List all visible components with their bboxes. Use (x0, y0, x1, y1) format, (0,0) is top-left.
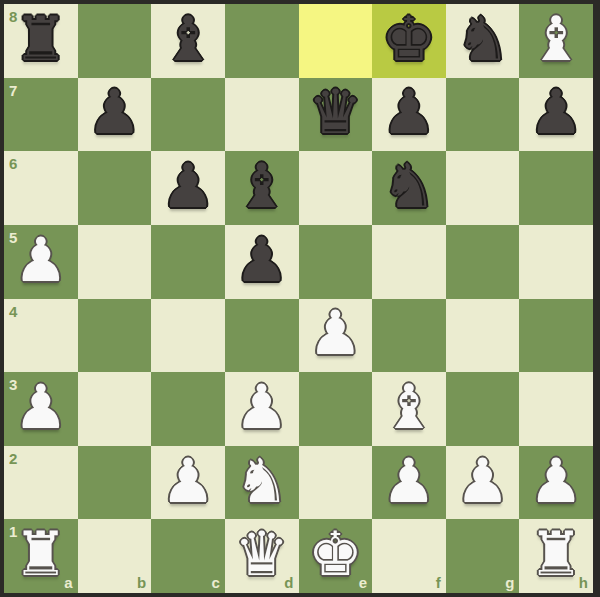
rank-label-4: 4 (9, 304, 17, 319)
black-bishop[interactable]: ♝ (161, 4, 216, 76)
square-c3[interactable] (151, 372, 225, 446)
square-b2[interactable] (78, 446, 152, 520)
black-pawn[interactable]: ♟ (234, 225, 289, 297)
black-knight[interactable]: ♞ (382, 151, 437, 223)
square-g5[interactable] (446, 225, 520, 299)
square-a2[interactable]: 2 (4, 446, 78, 520)
square-e7[interactable]: ♛ (299, 78, 373, 152)
black-rook[interactable]: ♜ (13, 4, 68, 76)
square-d8[interactable] (225, 4, 299, 78)
square-c5[interactable] (151, 225, 225, 299)
square-d2[interactable]: ♞ (225, 446, 299, 520)
square-g3[interactable] (446, 372, 520, 446)
square-e3[interactable] (299, 372, 373, 446)
square-g4[interactable] (446, 299, 520, 373)
white-bishop[interactable]: ♝ (382, 372, 437, 444)
square-e1[interactable]: e♚ (299, 519, 373, 593)
square-c4[interactable] (151, 299, 225, 373)
square-f6[interactable]: ♞ (372, 151, 446, 225)
square-c7[interactable] (151, 78, 225, 152)
black-pawn[interactable]: ♟ (382, 78, 437, 150)
square-b3[interactable] (78, 372, 152, 446)
square-h2[interactable]: ♟ (519, 446, 593, 520)
square-g1[interactable]: g (446, 519, 520, 593)
square-h6[interactable] (519, 151, 593, 225)
black-king[interactable]: ♚ (382, 4, 437, 76)
white-pawn[interactable]: ♟ (13, 225, 68, 297)
black-queen[interactable]: ♛ (308, 78, 363, 150)
square-f8[interactable]: ♚ (372, 4, 446, 78)
square-f7[interactable]: ♟ (372, 78, 446, 152)
square-f2[interactable]: ♟ (372, 446, 446, 520)
square-b8[interactable] (78, 4, 152, 78)
square-h4[interactable] (519, 299, 593, 373)
square-h8[interactable]: ♝ (519, 4, 593, 78)
square-e4[interactable]: ♟ (299, 299, 373, 373)
square-h1[interactable]: h♜ (519, 519, 593, 593)
square-d3[interactable]: ♟ (225, 372, 299, 446)
file-label-c: c (212, 575, 220, 590)
black-bishop[interactable]: ♝ (234, 151, 289, 223)
white-king[interactable]: ♚ (308, 519, 363, 591)
file-label-g: g (505, 575, 514, 590)
square-b1[interactable]: b (78, 519, 152, 593)
black-pawn[interactable]: ♟ (529, 78, 584, 150)
square-g2[interactable]: ♟ (446, 446, 520, 520)
square-f4[interactable] (372, 299, 446, 373)
square-c6[interactable]: ♟ (151, 151, 225, 225)
square-h7[interactable]: ♟ (519, 78, 593, 152)
white-pawn[interactable]: ♟ (382, 446, 437, 518)
square-c1[interactable]: c (151, 519, 225, 593)
white-bishop[interactable]: ♝ (529, 4, 584, 76)
square-g6[interactable] (446, 151, 520, 225)
file-label-f: f (436, 575, 441, 590)
black-pawn[interactable]: ♟ (161, 151, 216, 223)
white-knight[interactable]: ♞ (234, 446, 289, 518)
square-a4[interactable]: 4 (4, 299, 78, 373)
white-pawn[interactable]: ♟ (234, 372, 289, 444)
square-c8[interactable]: ♝ (151, 4, 225, 78)
white-rook[interactable]: ♜ (13, 519, 68, 591)
square-b7[interactable]: ♟ (78, 78, 152, 152)
chess-board: 8♜♝♚♞♝7♟♛♟♟6♟♝♞5♟♟4♟3♟♟♝2♟♞♟♟♟1a♜bcd♛e♚f… (4, 4, 593, 593)
square-h3[interactable] (519, 372, 593, 446)
white-pawn[interactable]: ♟ (13, 372, 68, 444)
square-a3[interactable]: 3♟ (4, 372, 78, 446)
square-e8[interactable] (299, 4, 373, 78)
white-rook[interactable]: ♜ (529, 519, 584, 591)
white-queen[interactable]: ♛ (234, 519, 289, 591)
square-e5[interactable] (299, 225, 373, 299)
square-f3[interactable]: ♝ (372, 372, 446, 446)
rank-label-6: 6 (9, 156, 17, 171)
square-a5[interactable]: 5♟ (4, 225, 78, 299)
white-pawn[interactable]: ♟ (529, 446, 584, 518)
square-g8[interactable]: ♞ (446, 4, 520, 78)
file-label-b: b (137, 575, 146, 590)
square-b5[interactable] (78, 225, 152, 299)
square-e2[interactable] (299, 446, 373, 520)
board-frame: 8♜♝♚♞♝7♟♛♟♟6♟♝♞5♟♟4♟3♟♟♝2♟♞♟♟♟1a♜bcd♛e♚f… (0, 0, 600, 597)
black-pawn[interactable]: ♟ (87, 78, 142, 150)
square-a6[interactable]: 6 (4, 151, 78, 225)
square-d6[interactable]: ♝ (225, 151, 299, 225)
rank-label-7: 7 (9, 83, 17, 98)
rank-label-2: 2 (9, 451, 17, 466)
square-e6[interactable] (299, 151, 373, 225)
square-b6[interactable] (78, 151, 152, 225)
white-pawn[interactable]: ♟ (455, 446, 510, 518)
square-a1[interactable]: 1a♜ (4, 519, 78, 593)
square-d1[interactable]: d♛ (225, 519, 299, 593)
black-knight[interactable]: ♞ (455, 4, 510, 76)
square-d4[interactable] (225, 299, 299, 373)
square-f5[interactable] (372, 225, 446, 299)
square-d7[interactable] (225, 78, 299, 152)
square-g7[interactable] (446, 78, 520, 152)
white-pawn[interactable]: ♟ (161, 446, 216, 518)
square-d5[interactable]: ♟ (225, 225, 299, 299)
white-pawn[interactable]: ♟ (308, 299, 363, 371)
square-f1[interactable]: f (372, 519, 446, 593)
square-h5[interactable] (519, 225, 593, 299)
square-b4[interactable] (78, 299, 152, 373)
square-c2[interactable]: ♟ (151, 446, 225, 520)
square-a8[interactable]: 8♜ (4, 4, 78, 78)
square-a7[interactable]: 7 (4, 78, 78, 152)
